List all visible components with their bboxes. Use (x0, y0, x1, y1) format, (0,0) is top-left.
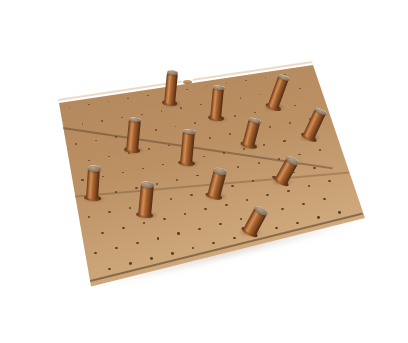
product-photo-stage (0, 0, 408, 343)
wood-grain-seam (70, 170, 369, 198)
wood-grain-seam (56, 126, 333, 169)
finger-notch-inner-face (183, 80, 192, 84)
front-edge-shade-line (90, 212, 364, 282)
peg-top-end-grain (166, 70, 178, 76)
peg-board-surface (0, 0, 408, 343)
